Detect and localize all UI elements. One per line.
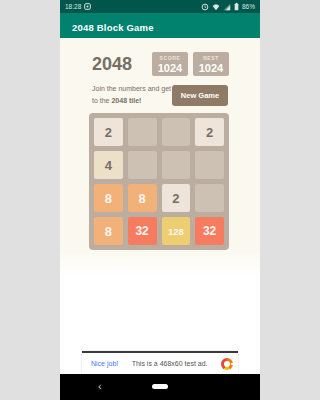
tile-8: 8 [94, 184, 123, 212]
wifi-icon [212, 3, 220, 11]
best-value: 1024 [198, 62, 224, 74]
score-box: SCORE 1024 [152, 52, 188, 76]
best-label: BEST [198, 55, 224, 61]
status-bar: 18:28 86% [60, 0, 260, 13]
ad-text: This is a 468x60 test ad. [118, 360, 221, 367]
game-content: 2048 SCORE 1024 BEST 1024 Join the numbe… [60, 38, 260, 374]
tile-4: 4 [94, 151, 123, 179]
score-value: 1024 [157, 62, 183, 74]
admob-logo-icon [221, 358, 233, 370]
tile-32: 32 [195, 217, 224, 245]
game-logo-2048: 2048 [92, 54, 132, 75]
empty-cell [162, 151, 191, 179]
alarm-icon [201, 3, 209, 11]
score-panel: SCORE 1024 BEST 1024 [152, 52, 229, 76]
signal-icon [223, 3, 231, 11]
tile-128: 128 [162, 217, 191, 245]
home-pill[interactable] [152, 384, 168, 389]
battery-icon [234, 2, 239, 11]
empty-cell [128, 151, 157, 179]
tile-2: 2 [195, 118, 224, 146]
empty-cell [162, 118, 191, 146]
empty-cell [128, 118, 157, 146]
empty-cell [195, 184, 224, 212]
screenshot-icon [84, 3, 91, 10]
app-title: 2048 Block Game [72, 22, 154, 33]
app-bar: 2048 Block Game [60, 13, 260, 38]
tile-8: 8 [128, 184, 157, 212]
battery-percent: 86% [242, 0, 255, 13]
tile-2: 2 [162, 184, 191, 212]
tile-2: 2 [94, 118, 123, 146]
android-nav-bar: ‹ [60, 374, 260, 400]
ad-cta-link[interactable]: Nice job! [91, 360, 118, 367]
ad-banner[interactable]: Nice job! This is a 468x60 test ad. [82, 351, 238, 374]
back-button[interactable]: ‹ [98, 378, 102, 394]
game-board-4x4[interactable]: 22488283212832 [89, 113, 229, 250]
new-game-button[interactable]: New Game [172, 85, 228, 106]
score-label: SCORE [157, 55, 183, 61]
intro-goal-bold: 2048 tile! [111, 97, 141, 104]
best-box: BEST 1024 [193, 52, 229, 76]
empty-cell [195, 151, 224, 179]
tile-8: 8 [94, 217, 123, 245]
clock-time: 18:28 [65, 0, 81, 13]
intro-text: Join the numbers and get to the 2048 til… [92, 83, 172, 107]
phone-screen: 18:28 86% 2048 Block Game 2048 SCORE 102… [60, 0, 260, 400]
tile-32: 32 [128, 217, 157, 245]
